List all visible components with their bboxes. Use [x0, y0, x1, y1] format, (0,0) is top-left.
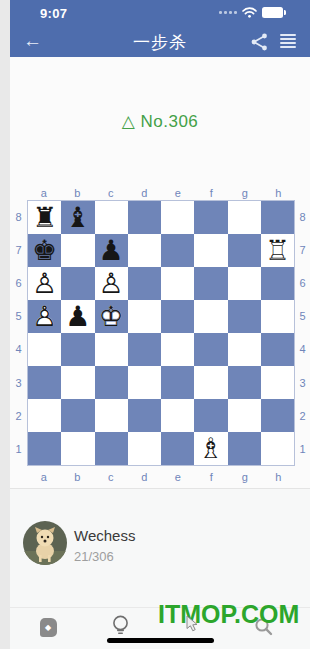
- square-h6[interactable]: [261, 267, 294, 300]
- square-f3[interactable]: [194, 366, 227, 399]
- square-b5[interactable]: ♟: [61, 300, 94, 333]
- square-c5[interactable]: ♚♔: [95, 300, 128, 333]
- square-c4[interactable]: [95, 333, 128, 366]
- coord-label: a: [27, 186, 61, 200]
- square-e8[interactable]: [161, 201, 194, 234]
- coord-label: 6: [295, 266, 310, 299]
- share-icon[interactable]: [251, 33, 268, 51]
- coord-label: 7: [295, 233, 310, 266]
- coord-label: d: [128, 186, 162, 200]
- white-pawn[interactable]: ♟♙: [28, 267, 61, 300]
- square-d7[interactable]: [128, 234, 161, 267]
- black-pawn[interactable]: ♟: [61, 300, 94, 333]
- coord-label: e: [161, 186, 195, 200]
- square-f8[interactable]: [194, 201, 227, 234]
- square-g3[interactable]: [228, 366, 261, 399]
- square-g1[interactable]: [228, 432, 261, 465]
- square-f4[interactable]: [194, 333, 227, 366]
- square-c8[interactable]: [95, 201, 128, 234]
- square-b8[interactable]: ♝: [61, 201, 94, 234]
- coord-label: c: [94, 186, 128, 200]
- square-c2[interactable]: [95, 399, 128, 432]
- user-name: Wechess: [74, 527, 135, 544]
- app-header: ← 一步杀: [10, 26, 310, 57]
- black-king[interactable]: ♚: [28, 234, 61, 267]
- rank-labels-right: 87654321: [295, 200, 310, 466]
- watermark: ITMOP.COM: [158, 600, 299, 629]
- square-g7[interactable]: [228, 234, 261, 267]
- rank-labels-left: 87654321: [10, 200, 27, 466]
- coord-label: a: [27, 470, 61, 485]
- square-h8[interactable]: [261, 201, 294, 234]
- app-screen: 9:07 ← 一步杀 △ No.306 abcdefgh 87654321: [10, 0, 310, 649]
- coord-label: 3: [10, 366, 27, 399]
- home-indicator[interactable]: [107, 638, 214, 643]
- square-g2[interactable]: [228, 399, 261, 432]
- square-c7[interactable]: ♟: [95, 234, 128, 267]
- square-b3[interactable]: [61, 366, 94, 399]
- coord-label: 5: [295, 300, 310, 333]
- battery-icon: [262, 7, 283, 18]
- square-d2[interactable]: [128, 399, 161, 432]
- square-e3[interactable]: [161, 366, 194, 399]
- square-a3[interactable]: [28, 366, 61, 399]
- lightbulb-hint-icon: [111, 614, 130, 640]
- square-c1[interactable]: [95, 432, 128, 465]
- coord-label: h: [262, 186, 296, 200]
- square-b6[interactable]: [61, 267, 94, 300]
- coord-label: 1: [10, 432, 27, 465]
- coord-label: 8: [295, 200, 310, 233]
- square-f6[interactable]: [194, 267, 227, 300]
- puzzle-number: △ No.306: [10, 111, 310, 132]
- square-c3[interactable]: [95, 366, 128, 399]
- coord-label: b: [61, 186, 95, 200]
- square-g4[interactable]: [228, 333, 261, 366]
- menu-icon[interactable]: [280, 34, 296, 48]
- puzzles-nav-button[interactable]: ◆: [30, 612, 66, 642]
- square-a7[interactable]: ♚: [28, 234, 61, 267]
- square-h5[interactable]: [261, 300, 294, 333]
- square-d3[interactable]: [128, 366, 161, 399]
- clock: 9:07: [40, 6, 67, 21]
- coord-label: g: [228, 186, 262, 200]
- coord-label: 4: [10, 333, 27, 366]
- cursor-arrow-icon: [186, 615, 198, 632]
- square-h4[interactable]: [261, 333, 294, 366]
- square-e5[interactable]: [161, 300, 194, 333]
- coord-label: f: [195, 186, 229, 200]
- coord-label: 3: [295, 366, 310, 399]
- square-g8[interactable]: [228, 201, 261, 234]
- black-pawn[interactable]: ♟: [95, 234, 128, 267]
- square-d6[interactable]: [128, 267, 161, 300]
- cellular-dots-icon: [219, 11, 237, 14]
- square-b4[interactable]: [61, 333, 94, 366]
- square-a4[interactable]: [28, 333, 61, 366]
- white-king[interactable]: ♚♔: [95, 300, 128, 333]
- square-g6[interactable]: [228, 267, 261, 300]
- coord-label: e: [161, 470, 195, 485]
- coord-label: 6: [10, 266, 27, 299]
- square-a5[interactable]: ♟♙: [28, 300, 61, 333]
- coord-label: c: [94, 470, 128, 485]
- square-d1[interactable]: [128, 432, 161, 465]
- square-c6[interactable]: ♟♙: [95, 267, 128, 300]
- coord-label: 1: [295, 432, 310, 465]
- move-indicator-triangle: △: [122, 112, 136, 131]
- square-d8[interactable]: [128, 201, 161, 234]
- square-a2[interactable]: [28, 399, 61, 432]
- square-b7[interactable]: [61, 234, 94, 267]
- square-e1[interactable]: [161, 432, 194, 465]
- square-d4[interactable]: [128, 333, 161, 366]
- square-e6[interactable]: [161, 267, 194, 300]
- white-bishop[interactable]: ♝♗: [194, 432, 227, 465]
- square-e4[interactable]: [161, 333, 194, 366]
- black-bishop[interactable]: ♝: [61, 201, 94, 234]
- square-a8[interactable]: ♜: [28, 201, 61, 234]
- avatar[interactable]: [23, 521, 67, 565]
- coord-label: 2: [10, 399, 27, 432]
- coord-label: 2: [295, 399, 310, 432]
- white-pawn[interactable]: ♟♙: [28, 300, 61, 333]
- square-f2[interactable]: [194, 399, 227, 432]
- chessboard-area: abcdefgh 87654321 ♜♝♚♟♜♖♟♙♟♙♟♙♟♚♔♝♗ 8765…: [10, 186, 310, 485]
- square-b2[interactable]: [61, 399, 94, 432]
- black-rook[interactable]: ♜: [28, 201, 61, 234]
- chessboard[interactable]: ♜♝♚♟♜♖♟♙♟♙♟♙♟♚♔♝♗: [27, 200, 295, 466]
- square-h7[interactable]: ♜♖: [261, 234, 294, 267]
- puzzle-progress: 21/306: [74, 549, 114, 564]
- file-labels-bottom: abcdefgh: [27, 470, 295, 485]
- square-f1[interactable]: ♝♗: [194, 432, 227, 465]
- square-a1[interactable]: [28, 432, 61, 465]
- square-h2[interactable]: [261, 399, 294, 432]
- coord-label: d: [128, 470, 162, 485]
- square-f7[interactable]: [194, 234, 227, 267]
- coord-label: f: [195, 470, 229, 485]
- square-h3[interactable]: [261, 366, 294, 399]
- square-a6[interactable]: ♟♙: [28, 267, 61, 300]
- square-f5[interactable]: [194, 300, 227, 333]
- square-e7[interactable]: [161, 234, 194, 267]
- square-e2[interactable]: [161, 399, 194, 432]
- coord-label: 8: [10, 200, 27, 233]
- square-b1[interactable]: [61, 432, 94, 465]
- status-bar: 9:07: [10, 0, 310, 26]
- square-d5[interactable]: [128, 300, 161, 333]
- file-labels-top: abcdefgh: [27, 186, 295, 200]
- square-h1[interactable]: [261, 432, 294, 465]
- coord-label: b: [61, 470, 95, 485]
- wifi-icon: [242, 7, 257, 18]
- coord-label: 5: [10, 300, 27, 333]
- coord-label: g: [228, 470, 262, 485]
- coord-label: h: [262, 470, 296, 485]
- white-rook[interactable]: ♜♖: [261, 234, 294, 267]
- white-pawn[interactable]: ♟♙: [95, 267, 128, 300]
- chess-badge-icon: ◆: [40, 618, 57, 637]
- coord-label: 7: [10, 233, 27, 266]
- coord-label: 4: [295, 333, 310, 366]
- square-g5[interactable]: [228, 300, 261, 333]
